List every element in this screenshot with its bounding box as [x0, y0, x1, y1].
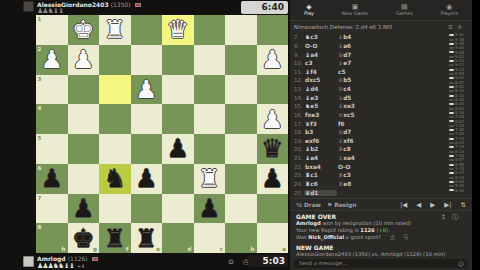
top-player-clock: 6:40: [241, 1, 288, 14]
square-f3[interactable]: [99, 75, 131, 105]
white-move[interactable]: ♝a4: [304, 155, 337, 161]
white-rook-f1[interactable]: ♜: [99, 15, 131, 45]
scrollbar-gutter[interactable]: [472, 0, 480, 270]
move-piece-icon: ♝: [338, 95, 343, 101]
move-row-14: 14.♝e3♝d58:418:18: [290, 93, 472, 102]
square-h8[interactable]: 8h: [36, 223, 68, 253]
square-g3[interactable]: [68, 75, 100, 105]
move-piece-icon: ♝: [338, 34, 343, 40]
black-pawn-d5[interactable]: ♟: [162, 134, 194, 164]
square-b8[interactable]: b: [225, 223, 257, 253]
square-b2[interactable]: [225, 45, 257, 75]
bottom-player-avatar[interactable]: [23, 256, 34, 267]
move-clock-times: 6:435:08: [434, 180, 464, 189]
move-piece-icon: ♛: [338, 112, 343, 118]
square-d6[interactable]: [162, 164, 194, 194]
move-number: 18.: [290, 129, 304, 135]
move-piece-icon: ♛: [338, 86, 343, 92]
move-piece-icon: ♝: [338, 103, 343, 109]
move-piece-icon: ♛: [338, 129, 343, 135]
white-move[interactable]: ♞e5: [304, 103, 337, 109]
square-c2[interactable]: [194, 45, 226, 75]
move-number: 15.: [290, 103, 304, 109]
material-advantage: +4: [77, 263, 84, 269]
white-move[interactable]: c3: [304, 60, 337, 66]
move-row-20: 20.♝b2♜c87:196:20: [290, 145, 472, 154]
chat-placeholder: Send a message...: [299, 259, 347, 268]
black-move[interactable]: ♛d7: [337, 52, 370, 58]
black-move[interactable]: f6: [337, 121, 370, 127]
white-pawn-g2[interactable]: ♟: [68, 45, 100, 75]
move-number: 14.: [290, 95, 304, 101]
move-number: 16.: [290, 112, 304, 118]
black-king-g8[interactable]: ♚: [68, 223, 100, 253]
square-g6[interactable]: [68, 164, 100, 194]
thumbs-down-icon[interactable]: ☟: [403, 233, 408, 242]
white-move[interactable]: ♛d1: [304, 190, 337, 196]
move-piece-icon: ♝: [305, 69, 310, 75]
square-e1[interactable]: [131, 15, 163, 45]
square-a3[interactable]: [257, 75, 289, 105]
move-piece-icon: ♛: [338, 77, 343, 83]
white-move[interactable]: O-O: [304, 43, 337, 49]
move-row-18: 18.b3♛d77:487:05: [290, 128, 472, 137]
square-b1[interactable]: [225, 15, 257, 45]
bottom-player-flag-icon: [92, 257, 98, 261]
square-e2[interactable]: [131, 45, 163, 75]
nav-last-icon[interactable]: ▶|: [444, 199, 451, 212]
bottom-player-bar: Amrlogd (1126) ♟♟♟♞♞♝♝+4 ⊙ ◷ 5:03: [0, 253, 290, 270]
white-move[interactable]: ♛f3: [304, 121, 337, 127]
black-rook-f8[interactable]: ♜: [99, 223, 131, 253]
black-move[interactable]: ♝xf6: [337, 138, 370, 144]
rank-label-5: 5: [38, 135, 42, 141]
move-clock-times: 8:167:45: [434, 111, 464, 120]
square-a2[interactable]: ♟: [257, 45, 289, 75]
white-pawn-h2[interactable]: ♟: [36, 45, 68, 75]
move-piece-icon: ♛: [305, 121, 310, 127]
white-move[interactable]: b3: [304, 129, 337, 135]
move-piece-icon: ♜: [305, 172, 310, 178]
info-icon[interactable]: ⓘ: [452, 213, 464, 220]
square-h1[interactable]: 1: [36, 15, 68, 45]
rank-label-3: 3: [38, 76, 42, 82]
move-row-7: 7.♞c3♝b49:419:38: [290, 33, 472, 42]
square-d2[interactable]: [162, 45, 194, 75]
black-pawn-c7[interactable]: ♟: [194, 194, 226, 224]
move-row-12: 12.dxc5♛b59:018:47: [290, 76, 472, 85]
white-move[interactable]: bxa4: [304, 164, 337, 170]
move-clock-times: 9:359:30: [434, 42, 464, 51]
tab-new-game[interactable]: ▣New Game: [342, 4, 368, 17]
move-number: 25.: [290, 190, 304, 196]
move-piece-icon: ♜: [305, 181, 310, 187]
move-row-17: 17.♛f3f68:027:26: [290, 119, 472, 128]
square-c5[interactable]: [194, 134, 226, 164]
app-window: AlessioGiordano2403 (1350) ♟♟♞♝♝ 6:40 1♚…: [0, 0, 480, 270]
square-b4[interactable]: [225, 104, 257, 134]
black-pawn-h6[interactable]: ♟: [36, 164, 68, 194]
emoji-icon[interactable]: ☺: [458, 259, 464, 268]
square-h2[interactable]: 2♟: [36, 45, 68, 75]
side-panel: ◈Play▣New Game▤Games◉Players Nimzowitsch…: [290, 0, 472, 270]
square-b7[interactable]: [225, 194, 257, 224]
white-move[interactable]: fxe3: [304, 112, 337, 118]
move-row-9: 9.♝a4♛d79:289:22: [290, 50, 472, 59]
move-piece-icon: ♝: [338, 43, 343, 49]
square-c8[interactable]: c: [194, 223, 226, 253]
thumbs-up-icon[interactable]: ☝: [390, 233, 395, 242]
square-g1[interactable]: ♚: [68, 15, 100, 45]
file-label-a: a: [282, 246, 286, 252]
rank-label-7: 7: [38, 195, 42, 201]
square-a6[interactable]: ♟: [257, 164, 289, 194]
square-b3[interactable]: [225, 75, 257, 105]
move-piece-icon: ♝: [338, 155, 343, 161]
move-row-8: 8.O-O♝a69:359:30: [290, 42, 472, 51]
new-game-title: NEW GAME: [296, 244, 468, 251]
panel-tabs: ◈Play▣New Game▤Games◉Players: [290, 0, 472, 21]
square-f8[interactable]: f♜: [99, 223, 131, 253]
white-move[interactable]: ♝d4: [304, 86, 337, 92]
square-g7[interactable]: ♟: [68, 194, 100, 224]
move-number: 21.: [290, 155, 304, 161]
white-move[interactable]: ♝e3: [304, 95, 337, 101]
white-pawn-a4[interactable]: ♟: [257, 104, 289, 134]
bottom-player-name: Amrlogd (1126): [37, 255, 98, 262]
draw-button[interactable]: ½ Draw: [296, 202, 321, 208]
white-pawn-e3[interactable]: ♟: [131, 75, 163, 105]
black-move[interactable]: ♝a6: [337, 43, 370, 49]
black-move[interactable]: O-O: [337, 164, 370, 170]
resign-button[interactable]: ⚑ Resign: [327, 202, 356, 208]
black-move[interactable]: ♜c3: [337, 172, 370, 178]
square-c6[interactable]: ♜: [194, 164, 226, 194]
square-b5[interactable]: [225, 134, 257, 164]
square-f1[interactable]: ♜: [99, 15, 131, 45]
opening-name: Nimzowitsch Defense: 2.d4 e6 3.Nf3: [294, 22, 468, 33]
move-piece-icon: ♜: [338, 146, 343, 152]
square-g5[interactable]: [68, 134, 100, 164]
square-c1[interactable]: [194, 15, 226, 45]
square-e4[interactable]: [131, 104, 163, 134]
move-number: 8.: [290, 43, 304, 49]
tab-games[interactable]: ▤Games: [396, 4, 413, 17]
nav-back-icon[interactable]: ◀: [416, 199, 421, 212]
move-row-22: 22.bxa4O-O6:555:35: [290, 162, 472, 171]
move-piece-icon: ♝: [338, 60, 343, 66]
black-move[interactable]: c5: [337, 69, 370, 75]
square-d8[interactable]: d: [162, 223, 194, 253]
square-d7[interactable]: [162, 194, 194, 224]
new-game-icon: ▣: [342, 4, 368, 11]
black-move[interactable]: ♜e8: [337, 181, 370, 187]
new-game-line: AlessioGiordano2403 (1350) vs. Amrlogd (…: [296, 251, 468, 258]
move-number: 13.: [290, 86, 304, 92]
black-move[interactable]: ♛c4: [337, 86, 370, 92]
move-row-24: 24.♜c6♜e86:435:08: [290, 180, 472, 189]
square-a1[interactable]: [257, 15, 289, 45]
white-move[interactable]: ♜c6: [304, 181, 337, 187]
black-rook-e8[interactable]: ♜: [131, 223, 163, 253]
openings-book-icon[interactable]: ≡: [448, 23, 457, 31]
square-h7[interactable]: 7: [36, 194, 68, 224]
move-row-25: 25.♛d16:40: [290, 188, 472, 197]
black-move[interactable]: ♛d7: [337, 129, 370, 135]
square-f7[interactable]: [99, 194, 131, 224]
move-piece-icon: ♞: [305, 103, 310, 109]
chess-board[interactable]: 1♚♜♛2♟♟♟3♟4♟5♟♛6♟♞♟♜♟7♟♟8hg♚f♜e♜dcba: [36, 15, 288, 253]
black-move[interactable]: ♝e7: [337, 60, 370, 66]
good-sport-row: Was Nick_Official a good sport? ☝ ☟: [296, 233, 408, 242]
move-piece-icon: ♛: [338, 52, 343, 58]
move-piece-icon: ♝: [305, 155, 310, 161]
move-number: 11.: [290, 69, 304, 75]
move-number: 22.: [290, 164, 304, 170]
square-d3[interactable]: [162, 75, 194, 105]
move-number: 17.: [290, 121, 304, 127]
move-row-16: 16.fxe3♛xc58:167:45: [290, 111, 472, 120]
play-icon: ◈: [304, 4, 314, 11]
move-piece-icon: ♜: [338, 181, 343, 187]
move-piece-icon: ♝: [305, 86, 310, 92]
square-h4[interactable]: 4: [36, 104, 68, 134]
move-row-15: 15.♞e5♝xe38:308:02: [290, 102, 472, 111]
black-move[interactable]: ♛xc5: [337, 112, 370, 118]
black-pawn-g7[interactable]: ♟: [68, 194, 100, 224]
nav-forward-icon[interactable]: ▶: [430, 199, 435, 212]
file-label-b: b: [251, 246, 255, 252]
square-f4[interactable]: [99, 104, 131, 134]
move-piece-icon: ♜: [338, 172, 343, 178]
move-row-13: 13.♝d4♛c48:528:33: [290, 85, 472, 94]
top-player-flag-icon: [135, 3, 141, 7]
white-move[interactable]: ♜c1: [304, 172, 337, 178]
square-c4[interactable]: [194, 104, 226, 134]
square-h3[interactable]: 3: [36, 75, 68, 105]
square-a7[interactable]: [257, 194, 289, 224]
white-pawn-a2[interactable]: ♟: [257, 45, 289, 75]
white-move[interactable]: ♝b2: [304, 146, 337, 152]
white-move[interactable]: ♝f4: [304, 69, 337, 75]
bottom-player-clock: 5:03: [248, 255, 288, 267]
square-f5[interactable]: [99, 134, 131, 164]
square-h6[interactable]: 6♟: [36, 164, 68, 194]
black-knight-f6[interactable]: ♞: [99, 164, 131, 194]
square-d1[interactable]: ♛: [162, 15, 194, 45]
square-c3[interactable]: [194, 75, 226, 105]
players-icon: ◉: [441, 4, 458, 11]
connection-icon: ⊙: [228, 258, 234, 266]
square-g8[interactable]: g♚: [68, 223, 100, 253]
top-player-bar: AlessioGiordano2403 (1350) ♟♟♞♝♝ 6:40: [0, 0, 290, 15]
top-player-avatar[interactable]: [23, 1, 34, 12]
move-nav: |◀ ◀ ▶ ▶| ⇅: [400, 199, 466, 212]
square-b6[interactable]: [225, 164, 257, 194]
move-row-21: 21.♝a4♝xa47:065:57: [290, 154, 472, 163]
file-label-c: c: [220, 246, 223, 252]
move-row-19: 19.exf6♝xf67:336:43: [290, 137, 472, 146]
square-h5[interactable]: 5: [36, 134, 68, 164]
white-move[interactable]: ♝a4: [304, 52, 337, 58]
tab-play[interactable]: ◈Play: [304, 4, 314, 17]
square-e6[interactable]: ♟: [131, 164, 163, 194]
file-label-h: h: [62, 246, 66, 252]
black-move[interactable]: ♝xe3: [337, 103, 370, 109]
file-label-d: d: [188, 246, 192, 252]
game-controls: ½ Draw ⚑ Resign |◀ ◀ ▶ ▶| ⇅: [290, 198, 472, 211]
collapse-icon[interactable]: ∧: [457, 23, 466, 31]
square-a4[interactable]: ♟: [257, 104, 289, 134]
white-move[interactable]: ♞c3: [304, 34, 337, 40]
move-piece-icon: ♝: [338, 138, 343, 144]
white-move[interactable]: exf6: [304, 138, 337, 144]
move-piece-icon: ♝: [305, 95, 310, 101]
tab-players[interactable]: ◉Players: [441, 4, 458, 17]
black-move[interactable]: ♝xa4: [337, 155, 370, 161]
move-number: 12.: [290, 77, 304, 83]
white-move[interactable]: dxc5: [304, 77, 337, 83]
nav-first-icon[interactable]: |◀: [400, 199, 407, 212]
move-piece-icon: ♝: [305, 52, 310, 58]
square-e5[interactable]: [131, 134, 163, 164]
move-list: 7.♞c3♝b49:419:388.O-O♝a69:359:309.♝a4♛d7…: [290, 33, 472, 197]
share-icon[interactable]: ↥: [441, 213, 452, 220]
square-a8[interactable]: a: [257, 223, 289, 253]
black-move[interactable]: ♜c8: [337, 146, 370, 152]
games-icon: ▤: [396, 4, 413, 11]
move-row-11: 11.♝f4c59:128:59: [290, 68, 472, 77]
square-e7[interactable]: [131, 194, 163, 224]
bottom-captured-pieces: ♟♟♟♞♞♝♝+4: [37, 262, 84, 270]
square-d5[interactable]: ♟: [162, 134, 194, 164]
move-piece-icon: ♛: [305, 190, 310, 196]
move-number: 19.: [290, 138, 304, 144]
move-row-23: 23.♜c1♜c36:475:19: [290, 171, 472, 180]
square-d4[interactable]: [162, 104, 194, 134]
move-number: 24.: [290, 181, 304, 187]
move-piece-icon: ♝: [305, 146, 310, 152]
move-number: 7.: [290, 34, 304, 40]
flip-board-icon[interactable]: ⇅: [461, 199, 466, 212]
rank-label-4: 4: [38, 105, 42, 111]
white-king-g1[interactable]: ♚: [68, 15, 100, 45]
square-c7[interactable]: ♟: [194, 194, 226, 224]
white-rook-c6[interactable]: ♜: [194, 164, 226, 194]
square-e3[interactable]: ♟: [131, 75, 163, 105]
square-e8[interactable]: e♜: [131, 223, 163, 253]
black-move[interactable]: ♛b5: [337, 77, 370, 83]
opening-row-icons: ≡∧: [448, 22, 466, 33]
move-piece-icon: ♞: [305, 34, 310, 40]
white-queen-d1[interactable]: ♛: [162, 15, 194, 45]
rank-label-8: 8: [38, 224, 42, 230]
top-captured-pieces: ♟♟♞♝♝: [37, 7, 63, 15]
black-queen-a5[interactable]: ♛: [257, 134, 289, 164]
game-over-icons: ↥ⓘ: [441, 213, 464, 222]
move-number: 20.: [290, 146, 304, 152]
move-number: 9.: [290, 52, 304, 58]
move-number: 23.: [290, 172, 304, 178]
black-pawn-a6[interactable]: ♟: [257, 164, 289, 194]
black-move[interactable]: ♝d5: [337, 95, 370, 101]
move-number: 10.: [290, 60, 304, 66]
square-g2[interactable]: ♟: [68, 45, 100, 75]
square-a5[interactable]: ♛: [257, 134, 289, 164]
move-row-10: 10.c3♝e79:209:11: [290, 59, 472, 68]
move-clock-times: 6:40: [434, 188, 464, 197]
board-area: AlessioGiordano2403 (1350) ♟♟♞♝♝ 6:40 1♚…: [0, 0, 290, 270]
black-pawn-e6[interactable]: ♟: [131, 164, 163, 194]
square-g4[interactable]: [68, 104, 100, 134]
square-f6[interactable]: ♞: [99, 164, 131, 194]
square-f2[interactable]: [99, 45, 131, 75]
rank-label-1: 1: [38, 16, 42, 22]
chat-input[interactable]: Send a message... ☺: [294, 259, 468, 268]
black-move[interactable]: ♝b4: [337, 34, 370, 40]
